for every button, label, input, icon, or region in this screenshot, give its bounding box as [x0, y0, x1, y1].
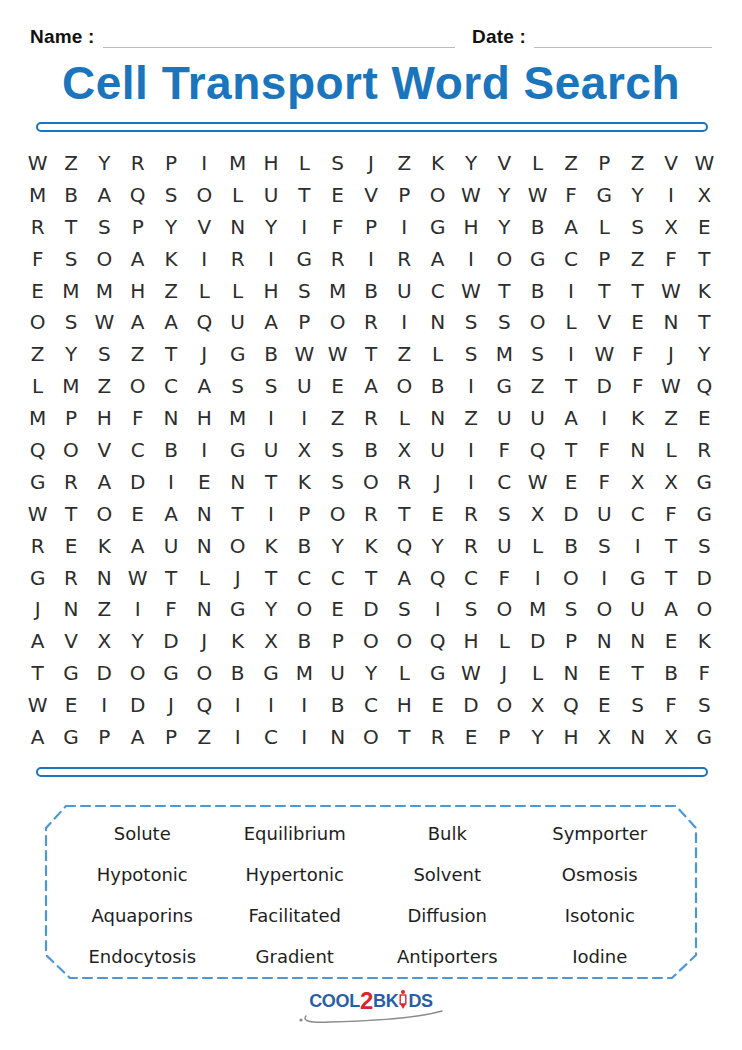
grid-cell-r14c15[interactable]: F: [488, 562, 521, 594]
grid-cell-r5c14[interactable]: W: [454, 275, 487, 307]
grid-cell-r12c1[interactable]: W: [21, 498, 54, 530]
grid-cell-r12c18[interactable]: U: [588, 498, 621, 530]
grid-cell-r8c13[interactable]: B: [421, 370, 454, 402]
grid-cell-r7c11[interactable]: T: [354, 338, 387, 370]
grid-cell-r19c3[interactable]: P: [88, 721, 121, 753]
grid-cell-r17c3[interactable]: D: [88, 657, 121, 689]
word-item-iodine[interactable]: Iodine: [524, 936, 677, 977]
grid-cell-r9c21[interactable]: E: [688, 402, 721, 434]
grid-cell-r19c12[interactable]: T: [388, 721, 421, 753]
grid-cell-r18c12[interactable]: H: [388, 689, 421, 721]
grid-cell-r2c18[interactable]: G: [588, 179, 621, 211]
grid-cell-r9c11[interactable]: R: [354, 402, 387, 434]
word-item-aquaporins[interactable]: Aquaporins: [66, 895, 219, 936]
grid-cell-r16c21[interactable]: K: [688, 625, 721, 657]
grid-cell-r18c3[interactable]: I: [88, 689, 121, 721]
grid-cell-r15c11[interactable]: D: [354, 593, 387, 625]
grid-cell-r12c11[interactable]: R: [354, 498, 387, 530]
grid-cell-r1c16[interactable]: L: [521, 147, 554, 179]
grid-cell-r1c13[interactable]: K: [421, 147, 454, 179]
grid-cell-r14c8[interactable]: T: [254, 562, 287, 594]
grid-cell-r12c20[interactable]: F: [654, 498, 687, 530]
grid-cell-r5c6[interactable]: L: [188, 275, 221, 307]
grid-cell-r5c18[interactable]: T: [588, 275, 621, 307]
grid-cell-r19c16[interactable]: Y: [521, 721, 554, 753]
word-item-gradient[interactable]: Gradient: [219, 936, 372, 977]
grid-cell-r9c18[interactable]: I: [588, 402, 621, 434]
grid-cell-r15c20[interactable]: A: [654, 593, 687, 625]
grid-cell-r16c1[interactable]: A: [21, 625, 54, 657]
grid-cell-r17c6[interactable]: O: [188, 657, 221, 689]
grid-cell-r2c14[interactable]: W: [454, 179, 487, 211]
grid-cell-r3c18[interactable]: L: [588, 211, 621, 243]
grid-cell-r13c13[interactable]: Y: [421, 530, 454, 562]
grid-cell-r9c9[interactable]: I: [288, 402, 321, 434]
grid-cell-r15c10[interactable]: E: [321, 593, 354, 625]
grid-cell-r8c2[interactable]: M: [54, 370, 87, 402]
grid-cell-r12c2[interactable]: T: [54, 498, 87, 530]
grid-cell-r9c1[interactable]: M: [21, 402, 54, 434]
grid-cell-r1c2[interactable]: Z: [54, 147, 87, 179]
grid-cell-r10c17[interactable]: T: [554, 434, 587, 466]
grid-cell-r12c8[interactable]: I: [254, 498, 287, 530]
grid-cell-r15c3[interactable]: Z: [88, 593, 121, 625]
grid-cell-r18c17[interactable]: Q: [554, 689, 587, 721]
grid-cell-r18c7[interactable]: I: [221, 689, 254, 721]
grid-cell-r16c7[interactable]: K: [221, 625, 254, 657]
grid-cell-r13c9[interactable]: B: [288, 530, 321, 562]
grid-cell-r2c17[interactable]: F: [554, 179, 587, 211]
grid-cell-r17c21[interactable]: F: [688, 657, 721, 689]
name-input-line[interactable]: [103, 27, 455, 48]
grid-cell-r2c7[interactable]: L: [221, 179, 254, 211]
grid-cell-r1c21[interactable]: W: [688, 147, 721, 179]
grid-cell-r4c6[interactable]: I: [188, 243, 221, 275]
grid-cell-r19c15[interactable]: P: [488, 721, 521, 753]
grid-cell-r6c13[interactable]: N: [421, 306, 454, 338]
grid-cell-r6c21[interactable]: T: [688, 306, 721, 338]
grid-cell-r6c10[interactable]: O: [321, 306, 354, 338]
grid-cell-r19c19[interactable]: N: [621, 721, 654, 753]
grid-cell-r16c18[interactable]: N: [588, 625, 621, 657]
grid-cell-r3c16[interactable]: B: [521, 211, 554, 243]
grid-cell-r14c5[interactable]: T: [154, 562, 187, 594]
grid-cell-r6c18[interactable]: V: [588, 306, 621, 338]
grid-cell-r3c8[interactable]: Y: [254, 211, 287, 243]
grid-cell-r2c12[interactable]: P: [388, 179, 421, 211]
grid-cell-r5c15[interactable]: T: [488, 275, 521, 307]
grid-cell-r13c4[interactable]: A: [121, 530, 154, 562]
grid-cell-r7c20[interactable]: J: [654, 338, 687, 370]
grid-cell-r2c1[interactable]: M: [21, 179, 54, 211]
grid-cell-r2c8[interactable]: U: [254, 179, 287, 211]
grid-cell-r8c7[interactable]: S: [221, 370, 254, 402]
grid-cell-r8c11[interactable]: A: [354, 370, 387, 402]
grid-cell-r17c9[interactable]: M: [288, 657, 321, 689]
grid-cell-r19c4[interactable]: A: [121, 721, 154, 753]
grid-cell-r13c20[interactable]: T: [654, 530, 687, 562]
date-input-line[interactable]: [534, 27, 712, 48]
grid-cell-r3c20[interactable]: X: [654, 211, 687, 243]
grid-cell-r11c5[interactable]: I: [154, 466, 187, 498]
word-item-symporter[interactable]: Symporter: [524, 813, 677, 854]
grid-cell-r14c20[interactable]: T: [654, 562, 687, 594]
grid-cell-r19c2[interactable]: G: [54, 721, 87, 753]
grid-cell-r12c6[interactable]: N: [188, 498, 221, 530]
grid-cell-r14c19[interactable]: G: [621, 562, 654, 594]
grid-cell-r12c17[interactable]: D: [554, 498, 587, 530]
grid-cell-r1c3[interactable]: Y: [88, 147, 121, 179]
grid-cell-r11c17[interactable]: E: [554, 466, 587, 498]
grid-cell-r17c4[interactable]: O: [121, 657, 154, 689]
grid-cell-r4c12[interactable]: R: [388, 243, 421, 275]
grid-cell-r5c10[interactable]: M: [321, 275, 354, 307]
grid-cell-r14c18[interactable]: I: [588, 562, 621, 594]
grid-cell-r13c19[interactable]: I: [621, 530, 654, 562]
grid-cell-r11c8[interactable]: T: [254, 466, 287, 498]
grid-cell-r14c9[interactable]: C: [288, 562, 321, 594]
grid-cell-r8c10[interactable]: E: [321, 370, 354, 402]
grid-cell-r19c7[interactable]: I: [221, 721, 254, 753]
grid-cell-r5c3[interactable]: M: [88, 275, 121, 307]
grid-cell-r3c17[interactable]: A: [554, 211, 587, 243]
grid-cell-r11c2[interactable]: R: [54, 466, 87, 498]
grid-cell-r10c12[interactable]: X: [388, 434, 421, 466]
grid-cell-r12c7[interactable]: T: [221, 498, 254, 530]
grid-cell-r11c9[interactable]: K: [288, 466, 321, 498]
grid-cell-r5c21[interactable]: K: [688, 275, 721, 307]
word-item-solute[interactable]: Solute: [66, 813, 219, 854]
grid-cell-r1c14[interactable]: Y: [454, 147, 487, 179]
grid-cell-r9c19[interactable]: K: [621, 402, 654, 434]
grid-cell-r17c16[interactable]: L: [521, 657, 554, 689]
grid-cell-r7c17[interactable]: I: [554, 338, 587, 370]
grid-cell-r11c18[interactable]: F: [588, 466, 621, 498]
grid-cell-r18c16[interactable]: X: [521, 689, 554, 721]
grid-cell-r10c3[interactable]: V: [88, 434, 121, 466]
grid-cell-r16c8[interactable]: X: [254, 625, 287, 657]
grid-cell-r9c3[interactable]: H: [88, 402, 121, 434]
grid-cell-r9c13[interactable]: N: [421, 402, 454, 434]
grid-cell-r10c7[interactable]: G: [221, 434, 254, 466]
grid-cell-r3c6[interactable]: V: [188, 211, 221, 243]
grid-cell-r8c9[interactable]: U: [288, 370, 321, 402]
grid-cell-r15c14[interactable]: S: [454, 593, 487, 625]
grid-cell-r15c6[interactable]: N: [188, 593, 221, 625]
grid-cell-r12c10[interactable]: O: [321, 498, 354, 530]
grid-cell-r8c8[interactable]: S: [254, 370, 287, 402]
grid-cell-r5c19[interactable]: T: [621, 275, 654, 307]
grid-cell-r17c20[interactable]: B: [654, 657, 687, 689]
grid-cell-r3c9[interactable]: I: [288, 211, 321, 243]
grid-cell-r15c13[interactable]: I: [421, 593, 454, 625]
grid-cell-r6c17[interactable]: L: [554, 306, 587, 338]
grid-cell-r4c21[interactable]: T: [688, 243, 721, 275]
grid-cell-r7c12[interactable]: Z: [388, 338, 421, 370]
grid-cell-r6c11[interactable]: R: [354, 306, 387, 338]
grid-cell-r13c5[interactable]: U: [154, 530, 187, 562]
grid-cell-r17c14[interactable]: W: [454, 657, 487, 689]
grid-cell-r3c19[interactable]: S: [621, 211, 654, 243]
word-item-hypotonic[interactable]: Hypotonic: [66, 854, 219, 895]
grid-cell-r7c14[interactable]: S: [454, 338, 487, 370]
grid-cell-r8c20[interactable]: W: [654, 370, 687, 402]
grid-cell-r2c15[interactable]: Y: [488, 179, 521, 211]
grid-cell-r12c9[interactable]: P: [288, 498, 321, 530]
grid-cell-r9c10[interactable]: Z: [321, 402, 354, 434]
grid-cell-r12c5[interactable]: A: [154, 498, 187, 530]
grid-cell-r15c9[interactable]: O: [288, 593, 321, 625]
grid-cell-r11c13[interactable]: J: [421, 466, 454, 498]
grid-cell-r9c2[interactable]: P: [54, 402, 87, 434]
grid-cell-r18c14[interactable]: D: [454, 689, 487, 721]
grid-cell-r11c3[interactable]: A: [88, 466, 121, 498]
grid-cell-r17c7[interactable]: B: [221, 657, 254, 689]
grid-cell-r17c15[interactable]: J: [488, 657, 521, 689]
grid-cell-r5c4[interactable]: H: [121, 275, 154, 307]
grid-cell-r4c14[interactable]: I: [454, 243, 487, 275]
grid-cell-r6c5[interactable]: A: [154, 306, 187, 338]
grid-cell-r1c19[interactable]: Z: [621, 147, 654, 179]
grid-cell-r10c8[interactable]: U: [254, 434, 287, 466]
grid-cell-r7c10[interactable]: W: [321, 338, 354, 370]
grid-cell-r6c15[interactable]: S: [488, 306, 521, 338]
grid-cell-r1c6[interactable]: I: [188, 147, 221, 179]
grid-cell-r14c6[interactable]: L: [188, 562, 221, 594]
grid-cell-r16c6[interactable]: J: [188, 625, 221, 657]
grid-cell-r4c4[interactable]: A: [121, 243, 154, 275]
grid-cell-r10c14[interactable]: I: [454, 434, 487, 466]
grid-cell-r19c11[interactable]: O: [354, 721, 387, 753]
grid-cell-r1c10[interactable]: S: [321, 147, 354, 179]
grid-cell-r3c13[interactable]: G: [421, 211, 454, 243]
grid-cell-r3c21[interactable]: E: [688, 211, 721, 243]
grid-cell-r7c7[interactable]: G: [221, 338, 254, 370]
grid-cell-r16c17[interactable]: P: [554, 625, 587, 657]
grid-cell-r17c13[interactable]: G: [421, 657, 454, 689]
grid-cell-r15c18[interactable]: O: [588, 593, 621, 625]
grid-cell-r6c3[interactable]: W: [88, 306, 121, 338]
grid-cell-r15c21[interactable]: O: [688, 593, 721, 625]
grid-cell-r4c5[interactable]: K: [154, 243, 187, 275]
grid-cell-r16c2[interactable]: V: [54, 625, 87, 657]
grid-cell-r7c15[interactable]: M: [488, 338, 521, 370]
grid-cell-r7c5[interactable]: T: [154, 338, 187, 370]
grid-cell-r6c14[interactable]: S: [454, 306, 487, 338]
grid-cell-r12c3[interactable]: O: [88, 498, 121, 530]
grid-cell-r14c1[interactable]: G: [21, 562, 54, 594]
grid-cell-r4c11[interactable]: I: [354, 243, 387, 275]
grid-cell-r12c14[interactable]: R: [454, 498, 487, 530]
grid-cell-r9c17[interactable]: A: [554, 402, 587, 434]
grid-cell-r7c16[interactable]: S: [521, 338, 554, 370]
grid-cell-r6c6[interactable]: Q: [188, 306, 221, 338]
grid-cell-r14c3[interactable]: N: [88, 562, 121, 594]
grid-cell-r19c21[interactable]: G: [688, 721, 721, 753]
grid-cell-r11c6[interactable]: E: [188, 466, 221, 498]
grid-cell-r10c1[interactable]: Q: [21, 434, 54, 466]
grid-cell-r1c20[interactable]: V: [654, 147, 687, 179]
grid-cell-r9c20[interactable]: Z: [654, 402, 687, 434]
grid-cell-r16c14[interactable]: H: [454, 625, 487, 657]
grid-cell-r3c15[interactable]: Y: [488, 211, 521, 243]
grid-cell-r8c1[interactable]: L: [21, 370, 54, 402]
grid-cell-r1c4[interactable]: R: [121, 147, 154, 179]
grid-cell-r8c3[interactable]: Z: [88, 370, 121, 402]
grid-cell-r12c15[interactable]: S: [488, 498, 521, 530]
grid-cell-r1c11[interactable]: J: [354, 147, 387, 179]
grid-cell-r15c4[interactable]: I: [121, 593, 154, 625]
grid-cell-r17c18[interactable]: E: [588, 657, 621, 689]
grid-cell-r10c19[interactable]: N: [621, 434, 654, 466]
grid-cell-r8c17[interactable]: T: [554, 370, 587, 402]
grid-cell-r7c2[interactable]: Y: [54, 338, 87, 370]
grid-cell-r8c21[interactable]: Q: [688, 370, 721, 402]
grid-cell-r15c8[interactable]: Y: [254, 593, 287, 625]
grid-cell-r1c15[interactable]: V: [488, 147, 521, 179]
grid-cell-r10c11[interactable]: B: [354, 434, 387, 466]
grid-cell-r13c17[interactable]: B: [554, 530, 587, 562]
grid-cell-r17c10[interactable]: U: [321, 657, 354, 689]
grid-cell-r13c3[interactable]: K: [88, 530, 121, 562]
grid-cell-r5c5[interactable]: Z: [154, 275, 187, 307]
grid-cell-r17c11[interactable]: Y: [354, 657, 387, 689]
grid-cell-r14c11[interactable]: T: [354, 562, 387, 594]
grid-cell-r8c6[interactable]: A: [188, 370, 221, 402]
grid-cell-r9c4[interactable]: F: [121, 402, 154, 434]
grid-cell-r11c19[interactable]: X: [621, 466, 654, 498]
grid-cell-r19c1[interactable]: A: [21, 721, 54, 753]
grid-cell-r4c2[interactable]: S: [54, 243, 87, 275]
grid-cell-r11c12[interactable]: R: [388, 466, 421, 498]
grid-cell-r14c13[interactable]: Q: [421, 562, 454, 594]
grid-cell-r7c3[interactable]: S: [88, 338, 121, 370]
grid-cell-r13c16[interactable]: L: [521, 530, 554, 562]
grid-cell-r18c2[interactable]: E: [54, 689, 87, 721]
grid-cell-r14c17[interactable]: O: [554, 562, 587, 594]
grid-cell-r18c8[interactable]: I: [254, 689, 287, 721]
grid-cell-r6c19[interactable]: E: [621, 306, 654, 338]
grid-cell-r19c6[interactable]: Z: [188, 721, 221, 753]
grid-cell-r15c2[interactable]: N: [54, 593, 87, 625]
grid-cell-r12c4[interactable]: E: [121, 498, 154, 530]
grid-cell-r13c11[interactable]: K: [354, 530, 387, 562]
grid-cell-r11c7[interactable]: N: [221, 466, 254, 498]
grid-cell-r11c21[interactable]: G: [688, 466, 721, 498]
grid-cell-r16c20[interactable]: E: [654, 625, 687, 657]
word-item-facilitated[interactable]: Facilitated: [219, 895, 372, 936]
grid-cell-r11c15[interactable]: C: [488, 466, 521, 498]
grid-cell-r10c2[interactable]: O: [54, 434, 87, 466]
word-item-bulk[interactable]: Bulk: [371, 813, 524, 854]
grid-cell-r13c10[interactable]: Y: [321, 530, 354, 562]
grid-cell-r10c18[interactable]: F: [588, 434, 621, 466]
grid-cell-r13c14[interactable]: R: [454, 530, 487, 562]
grid-cell-r2c9[interactable]: T: [288, 179, 321, 211]
grid-cell-r6c1[interactable]: O: [21, 306, 54, 338]
grid-cell-r1c1[interactable]: W: [21, 147, 54, 179]
grid-cell-r13c21[interactable]: S: [688, 530, 721, 562]
grid-cell-r2c5[interactable]: S: [154, 179, 187, 211]
grid-cell-r10c9[interactable]: X: [288, 434, 321, 466]
grid-cell-r2c2[interactable]: B: [54, 179, 87, 211]
grid-cell-r17c19[interactable]: T: [621, 657, 654, 689]
grid-cell-r15c12[interactable]: S: [388, 593, 421, 625]
grid-cell-r8c4[interactable]: O: [121, 370, 154, 402]
grid-cell-r8c19[interactable]: F: [621, 370, 654, 402]
grid-cell-r13c2[interactable]: E: [54, 530, 87, 562]
grid-cell-r2c13[interactable]: O: [421, 179, 454, 211]
grid-cell-r9c6[interactable]: H: [188, 402, 221, 434]
grid-cell-r19c8[interactable]: C: [254, 721, 287, 753]
grid-cell-r3c5[interactable]: Y: [154, 211, 187, 243]
grid-cell-r19c9[interactable]: I: [288, 721, 321, 753]
grid-cell-r5c7[interactable]: L: [221, 275, 254, 307]
grid-cell-r18c13[interactable]: E: [421, 689, 454, 721]
grid-cell-r8c16[interactable]: Z: [521, 370, 554, 402]
grid-cell-r3c4[interactable]: P: [121, 211, 154, 243]
grid-cell-r18c21[interactable]: S: [688, 689, 721, 721]
grid-cell-r5c11[interactable]: B: [354, 275, 387, 307]
grid-cell-r18c5[interactable]: J: [154, 689, 187, 721]
grid-cell-r16c16[interactable]: D: [521, 625, 554, 657]
grid-cell-r2c3[interactable]: A: [88, 179, 121, 211]
grid-cell-r3c1[interactable]: R: [21, 211, 54, 243]
grid-cell-r19c10[interactable]: N: [321, 721, 354, 753]
grid-cell-r16c12[interactable]: O: [388, 625, 421, 657]
grid-cell-r18c11[interactable]: C: [354, 689, 387, 721]
grid-cell-r2c16[interactable]: W: [521, 179, 554, 211]
grid-cell-r10c5[interactable]: B: [154, 434, 187, 466]
grid-cell-r11c20[interactable]: X: [654, 466, 687, 498]
grid-cell-r7c19[interactable]: F: [621, 338, 654, 370]
grid-cell-r17c2[interactable]: G: [54, 657, 87, 689]
grid-cell-r1c5[interactable]: P: [154, 147, 187, 179]
grid-cell-r14c16[interactable]: I: [521, 562, 554, 594]
grid-cell-r2c21[interactable]: X: [688, 179, 721, 211]
grid-cell-r10c21[interactable]: R: [688, 434, 721, 466]
grid-cell-r10c15[interactable]: F: [488, 434, 521, 466]
grid-cell-r10c20[interactable]: L: [654, 434, 687, 466]
grid-cell-r18c19[interactable]: S: [621, 689, 654, 721]
grid-cell-r8c14[interactable]: I: [454, 370, 487, 402]
grid-cell-r2c11[interactable]: V: [354, 179, 387, 211]
grid-cell-r15c16[interactable]: M: [521, 593, 554, 625]
grid-cell-r1c7[interactable]: M: [221, 147, 254, 179]
grid-cell-r3c12[interactable]: I: [388, 211, 421, 243]
grid-cell-r18c20[interactable]: F: [654, 689, 687, 721]
grid-cell-r1c9[interactable]: L: [288, 147, 321, 179]
grid-cell-r14c4[interactable]: W: [121, 562, 154, 594]
grid-cell-r16c11[interactable]: O: [354, 625, 387, 657]
grid-cell-r19c14[interactable]: E: [454, 721, 487, 753]
grid-cell-r2c19[interactable]: Y: [621, 179, 654, 211]
grid-cell-r16c3[interactable]: X: [88, 625, 121, 657]
grid-cell-r12c13[interactable]: E: [421, 498, 454, 530]
grid-cell-r1c8[interactable]: H: [254, 147, 287, 179]
grid-cell-r8c12[interactable]: O: [388, 370, 421, 402]
word-item-osmosis[interactable]: Osmosis: [524, 854, 677, 895]
grid-cell-r2c4[interactable]: Q: [121, 179, 154, 211]
grid-cell-r6c4[interactable]: A: [121, 306, 154, 338]
grid-cell-r3c2[interactable]: T: [54, 211, 87, 243]
grid-cell-r8c18[interactable]: D: [588, 370, 621, 402]
grid-cell-r3c11[interactable]: P: [354, 211, 387, 243]
grid-cell-r4c8[interactable]: I: [254, 243, 287, 275]
grid-cell-r14c7[interactable]: J: [221, 562, 254, 594]
word-item-isotonic[interactable]: Isotonic: [524, 895, 677, 936]
grid-cell-r18c9[interactable]: I: [288, 689, 321, 721]
